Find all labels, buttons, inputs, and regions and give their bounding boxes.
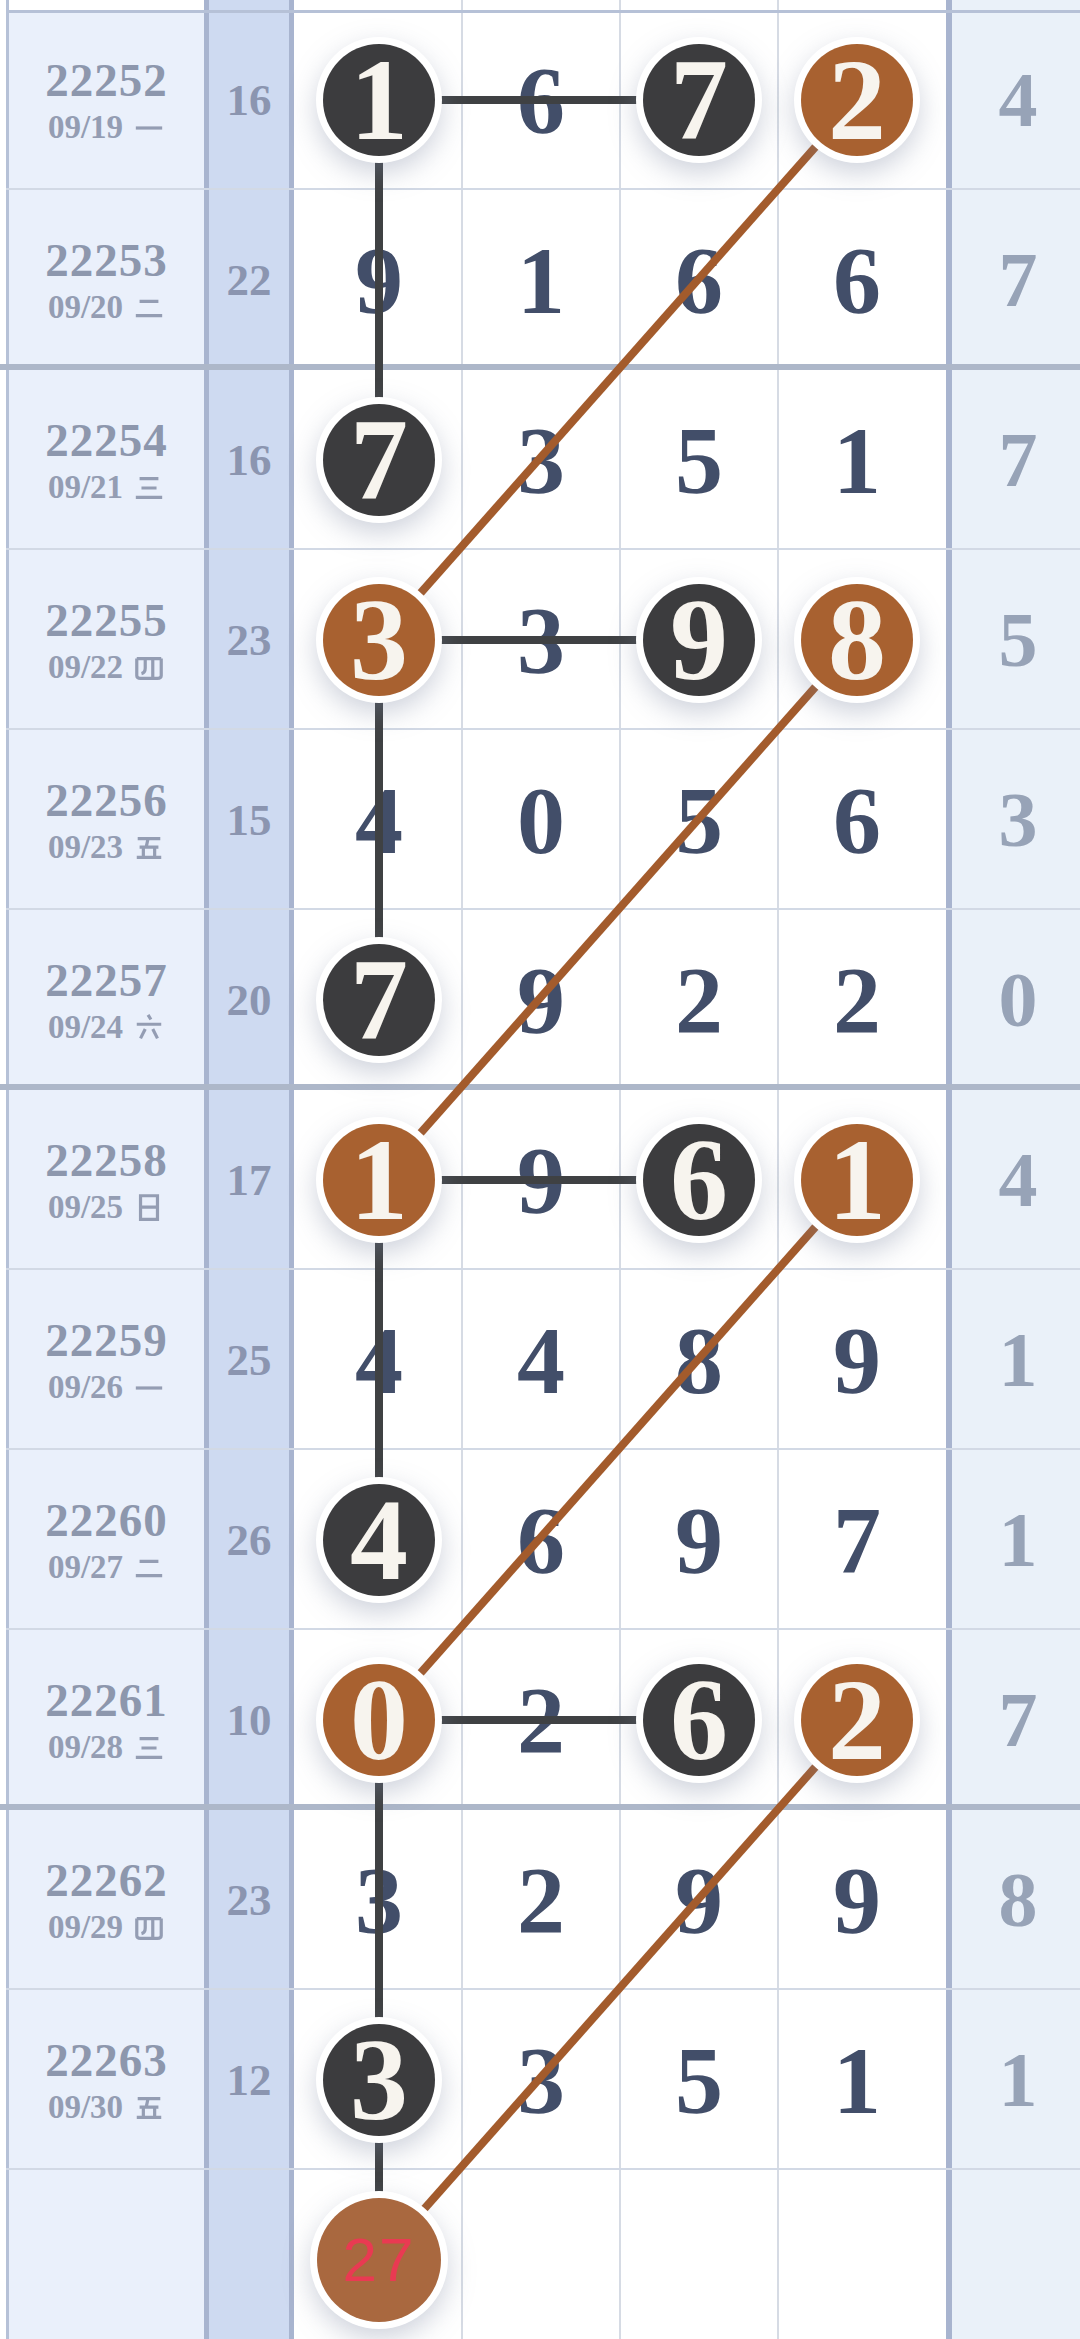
date-text: 09/20 [48, 291, 123, 324]
drawn-digit: 8 [675, 1305, 723, 1416]
draw-date: 09/29 [48, 1911, 165, 1944]
lottery-trend-chart: 2225209/1916642225309/2022916672225409/2… [0, 0, 1080, 2339]
period-cell: 2225809/25 [9, 1090, 204, 1270]
dark-circle-digit: 4 [323, 1484, 435, 1596]
drawn-digit: 5 [675, 765, 723, 876]
extra-digit: 5 [999, 595, 1038, 685]
sum-value: 20 [227, 974, 272, 1026]
circle-digit-value: 2 [828, 42, 886, 158]
circle-digit-value: 1 [350, 42, 408, 158]
dark-circle-digit: 1 [323, 44, 435, 156]
sum-value: 10 [227, 1694, 272, 1746]
period-number: 22263 [45, 2036, 168, 2085]
sum-value: 12 [227, 2054, 272, 2106]
circle-digit-value: 1 [828, 1122, 886, 1238]
date-text: 09/30 [48, 2091, 123, 2124]
draw-date: 09/25 [48, 1191, 165, 1224]
period-cell: 2225909/26 [9, 1270, 204, 1450]
period-cell: 2225409/21 [9, 370, 204, 550]
period-cell: 2226009/27 [9, 1450, 204, 1630]
date-text: 09/29 [48, 1911, 123, 1944]
draw-date: 09/24 [48, 1011, 165, 1044]
drawn-digit: 3 [517, 585, 565, 696]
drawn-digit: 2 [675, 945, 723, 1056]
extra-digit: 0 [999, 955, 1038, 1045]
drawn-digit: 9 [675, 1485, 723, 1596]
extra-digit: 7 [999, 1675, 1038, 1765]
weekday-glyph [133, 1372, 165, 1404]
period-number: 22259 [45, 1316, 168, 1365]
period-number: 22252 [45, 56, 168, 105]
sum-value: 26 [227, 1514, 272, 1566]
weekday-glyph [133, 2092, 165, 2124]
drawn-digit: 2 [833, 945, 881, 1056]
date-text: 09/23 [48, 831, 123, 864]
orange-circle-digit: 8 [801, 584, 913, 696]
draw-date: 09/30 [48, 2091, 165, 2124]
sum-value: 17 [227, 1154, 272, 1206]
drawn-digit: 2 [517, 1665, 565, 1776]
dark-circle-digit: 3 [323, 2024, 435, 2136]
circle-digit-value: 6 [670, 1662, 728, 1778]
table-row: 2225809/251794 [0, 1090, 1080, 1270]
table-row: 2226309/30123511 [0, 1990, 1080, 2170]
weekday-glyph [133, 112, 165, 144]
period-number: 22261 [45, 1676, 168, 1725]
drawn-digit: 5 [675, 2025, 723, 2136]
date-text: 09/26 [48, 1371, 123, 1404]
table-row: 2225709/24209220 [0, 910, 1080, 1090]
sum-value: 16 [227, 74, 272, 126]
period-number: 22260 [45, 1496, 168, 1545]
sum-value: 23 [227, 614, 272, 666]
sum-value: 15 [227, 794, 272, 846]
table-row: 2225609/231540563 [0, 730, 1080, 910]
dark-circle-digit: 7 [323, 944, 435, 1056]
weekday-glyph [133, 1012, 165, 1044]
orange-circle-digit: 1 [801, 1124, 913, 1236]
sum-value: 16 [227, 434, 272, 486]
period-cell: 2225509/22 [9, 550, 204, 730]
weekday-glyph [133, 472, 165, 504]
period-number: 22254 [45, 416, 168, 465]
draw-date: 09/26 [48, 1371, 165, 1404]
date-text: 09/25 [48, 1191, 123, 1224]
draw-date: 09/20 [48, 291, 165, 324]
sum-value: 25 [227, 1334, 272, 1386]
date-text: 09/24 [48, 1011, 123, 1044]
period-cell: 2225209/19 [9, 10, 204, 190]
circle-digit-value: 3 [350, 2022, 408, 2138]
extra-digit: 8 [999, 1855, 1038, 1945]
drawn-digit: 6 [517, 45, 565, 156]
sum-value: 23 [227, 1874, 272, 1926]
period-cell: 2225709/24 [9, 910, 204, 1090]
table-row: 2225309/202291667 [0, 190, 1080, 370]
period-cell: 2226109/28 [9, 1630, 204, 1810]
circle-digit-value: 3 [350, 582, 408, 698]
weekday-glyph [133, 1192, 165, 1224]
period-number: 22253 [45, 236, 168, 285]
drawn-digit: 0 [517, 765, 565, 876]
extra-digit: 4 [999, 55, 1038, 145]
drawn-digit: 3 [517, 2025, 565, 2136]
draw-date: 09/23 [48, 831, 165, 864]
drawn-digit: 5 [675, 405, 723, 516]
table-row: 2225209/191664 [0, 10, 1080, 190]
orange-circle-digit: 2 [801, 44, 913, 156]
table-row: 2225509/222335 [0, 550, 1080, 730]
extra-digit: 1 [999, 2035, 1038, 2125]
circle-digit-value: 1 [350, 1122, 408, 1238]
extra-digit: 1 [999, 1495, 1038, 1585]
drawn-digit: 9 [675, 1845, 723, 1956]
draw-date: 09/19 [48, 111, 165, 144]
table-row: 2226009/27266971 [0, 1450, 1080, 1630]
table-row: 2226209/292332998 [0, 1810, 1080, 1990]
date-text: 09/19 [48, 111, 123, 144]
period-number: 22256 [45, 776, 168, 825]
orange-circle-digit: 1 [323, 1124, 435, 1236]
period-number: 22255 [45, 596, 168, 645]
circle-digit-value: 6 [670, 1122, 728, 1238]
drawn-digit: 1 [517, 225, 565, 336]
table-row: 2225409/21163517 [0, 370, 1080, 550]
date-text: 09/21 [48, 471, 123, 504]
drawn-digit: 4 [355, 765, 403, 876]
drawn-digit: 6 [833, 225, 881, 336]
drawn-digit: 1 [833, 405, 881, 516]
date-text: 09/28 [48, 1731, 123, 1764]
period-cell: 2226209/29 [9, 1810, 204, 1990]
circle-digit-value: 0 [350, 1662, 408, 1778]
drawn-digit: 9 [517, 945, 565, 1056]
weekday-glyph [133, 1552, 165, 1584]
table-row: 2226109/281027 [0, 1630, 1080, 1810]
next-draw-value: 27 [343, 2229, 416, 2291]
extra-digit: 4 [999, 1135, 1038, 1225]
drawn-digit: 7 [833, 1485, 881, 1596]
period-cell: 2226309/30 [9, 1990, 204, 2170]
draw-date: 09/22 [48, 651, 165, 684]
weekday-glyph [133, 832, 165, 864]
table-row: 2225909/262544891 [0, 1270, 1080, 1450]
drawn-digit: 3 [355, 1845, 403, 1956]
drawn-digit: 2 [517, 1845, 565, 1956]
extra-digit: 7 [999, 415, 1038, 505]
extra-digit: 7 [999, 235, 1038, 325]
dark-circle-digit: 6 [643, 1124, 755, 1236]
weekday-glyph [133, 292, 165, 324]
orange-circle-digit: 2 [801, 1664, 913, 1776]
date-text: 09/22 [48, 651, 123, 684]
draw-date: 09/21 [48, 471, 165, 504]
drawn-digit: 9 [355, 225, 403, 336]
next-draw-circle: 27 [317, 2198, 441, 2322]
date-text: 09/27 [48, 1551, 123, 1584]
dark-circle-digit: 9 [643, 584, 755, 696]
period-cell: 2225309/20 [9, 190, 204, 370]
drawn-digit: 4 [355, 1305, 403, 1416]
weekday-glyph [133, 1732, 165, 1764]
weekday-glyph [133, 652, 165, 684]
draw-date: 09/28 [48, 1731, 165, 1764]
drawn-digit: 6 [833, 765, 881, 876]
orange-circle-digit: 3 [323, 584, 435, 696]
draw-date: 09/27 [48, 1551, 165, 1584]
orange-circle-digit: 0 [323, 1664, 435, 1776]
drawn-digit: 9 [833, 1305, 881, 1416]
drawn-digit: 3 [517, 405, 565, 516]
extra-digit: 3 [999, 775, 1038, 865]
circle-digit-value: 7 [350, 942, 408, 1058]
drawn-digit: 6 [517, 1485, 565, 1596]
dark-circle-digit: 7 [323, 404, 435, 516]
period-number: 22257 [45, 956, 168, 1005]
period-number: 22258 [45, 1136, 168, 1185]
circle-digit-value: 7 [350, 402, 408, 518]
circle-digit-value: 2 [828, 1662, 886, 1778]
drawn-digit: 1 [833, 2025, 881, 2136]
drawn-digit: 6 [675, 225, 723, 336]
drawn-digit: 9 [517, 1125, 565, 1236]
circle-digit-value: 4 [350, 1482, 408, 1598]
period-number: 22262 [45, 1856, 168, 1905]
drawn-digit: 4 [517, 1305, 565, 1416]
circle-digit-value: 7 [670, 42, 728, 158]
dark-circle-digit: 6 [643, 1664, 755, 1776]
circle-digit-value: 8 [828, 582, 886, 698]
period-cell: 2225609/23 [9, 730, 204, 910]
sum-value: 22 [227, 254, 272, 306]
dark-circle-digit: 7 [643, 44, 755, 156]
circle-digit-value: 9 [670, 582, 728, 698]
extra-digit: 1 [999, 1315, 1038, 1405]
weekday-glyph [133, 1912, 165, 1944]
drawn-digit: 9 [833, 1845, 881, 1956]
